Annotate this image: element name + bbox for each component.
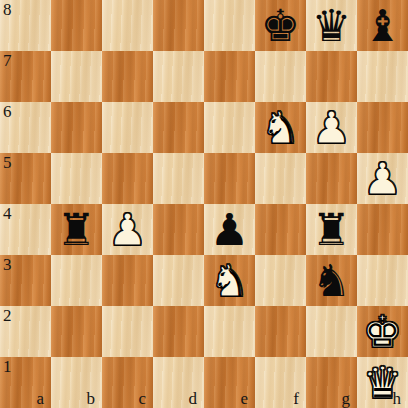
chess-board: 8♚♛♝76♞♟5♟4♜♟♟♜3♞♞2♚1abcdefgh♛ bbox=[0, 0, 408, 408]
square-g2[interactable] bbox=[306, 306, 357, 357]
square-g1[interactable]: g bbox=[306, 357, 357, 408]
square-b5[interactable] bbox=[51, 153, 102, 204]
square-d6[interactable] bbox=[153, 102, 204, 153]
square-e6[interactable] bbox=[204, 102, 255, 153]
black-knight-icon[interactable]: ♞ bbox=[312, 255, 351, 306]
square-c6[interactable] bbox=[102, 102, 153, 153]
square-a7[interactable]: 7 bbox=[0, 51, 51, 102]
square-c4[interactable]: ♟ bbox=[102, 204, 153, 255]
square-f5[interactable] bbox=[255, 153, 306, 204]
square-b4[interactable]: ♜ bbox=[51, 204, 102, 255]
square-d7[interactable] bbox=[153, 51, 204, 102]
square-d5[interactable] bbox=[153, 153, 204, 204]
square-b2[interactable] bbox=[51, 306, 102, 357]
black-rook-icon[interactable]: ♜ bbox=[312, 204, 351, 255]
square-e1[interactable]: e bbox=[204, 357, 255, 408]
square-d4[interactable] bbox=[153, 204, 204, 255]
square-h7[interactable] bbox=[357, 51, 408, 102]
square-d3[interactable] bbox=[153, 255, 204, 306]
square-b3[interactable] bbox=[51, 255, 102, 306]
square-g5[interactable] bbox=[306, 153, 357, 204]
white-pawn-icon[interactable]: ♟ bbox=[108, 204, 147, 255]
square-e8[interactable] bbox=[204, 0, 255, 51]
file-label-g: g bbox=[342, 389, 351, 408]
file-label-b: b bbox=[87, 389, 96, 408]
white-knight-icon[interactable]: ♞ bbox=[210, 255, 249, 306]
square-g3[interactable]: ♞ bbox=[306, 255, 357, 306]
white-knight-icon[interactable]: ♞ bbox=[261, 102, 300, 153]
square-g7[interactable] bbox=[306, 51, 357, 102]
square-f4[interactable] bbox=[255, 204, 306, 255]
square-h3[interactable] bbox=[357, 255, 408, 306]
square-a8[interactable]: 8 bbox=[0, 0, 51, 51]
square-e3[interactable]: ♞ bbox=[204, 255, 255, 306]
square-h8[interactable]: ♝ bbox=[357, 0, 408, 51]
square-b7[interactable] bbox=[51, 51, 102, 102]
square-h1[interactable]: h♛ bbox=[357, 357, 408, 408]
square-d8[interactable] bbox=[153, 0, 204, 51]
rank-label-2: 2 bbox=[3, 306, 12, 326]
square-c2[interactable] bbox=[102, 306, 153, 357]
rank-label-3: 3 bbox=[3, 255, 12, 275]
square-e5[interactable] bbox=[204, 153, 255, 204]
square-h6[interactable] bbox=[357, 102, 408, 153]
white-king-icon[interactable]: ♚ bbox=[363, 306, 402, 357]
rank-label-1: 1 bbox=[3, 357, 12, 377]
square-a4[interactable]: 4 bbox=[0, 204, 51, 255]
square-f7[interactable] bbox=[255, 51, 306, 102]
black-king-icon[interactable]: ♚ bbox=[261, 0, 300, 51]
square-d2[interactable] bbox=[153, 306, 204, 357]
white-queen-icon[interactable]: ♛ bbox=[363, 357, 402, 408]
square-h5[interactable]: ♟ bbox=[357, 153, 408, 204]
file-label-e: e bbox=[240, 389, 248, 408]
file-label-f: f bbox=[293, 389, 299, 408]
black-bishop-icon[interactable]: ♝ bbox=[363, 0, 402, 51]
file-label-c: c bbox=[138, 389, 146, 408]
black-queen-icon[interactable]: ♛ bbox=[312, 0, 351, 51]
square-e7[interactable] bbox=[204, 51, 255, 102]
square-b1[interactable]: b bbox=[51, 357, 102, 408]
square-a5[interactable]: 5 bbox=[0, 153, 51, 204]
rank-label-5: 5 bbox=[3, 153, 12, 173]
square-f2[interactable] bbox=[255, 306, 306, 357]
black-pawn-icon[interactable]: ♟ bbox=[210, 204, 249, 255]
square-a2[interactable]: 2 bbox=[0, 306, 51, 357]
square-a1[interactable]: 1a bbox=[0, 357, 51, 408]
square-g6[interactable]: ♟ bbox=[306, 102, 357, 153]
rank-label-6: 6 bbox=[3, 102, 12, 122]
file-label-a: a bbox=[36, 389, 44, 408]
square-f6[interactable]: ♞ bbox=[255, 102, 306, 153]
white-pawn-icon[interactable]: ♟ bbox=[363, 153, 402, 204]
white-pawn-icon[interactable]: ♟ bbox=[312, 102, 351, 153]
square-a6[interactable]: 6 bbox=[0, 102, 51, 153]
square-c5[interactable] bbox=[102, 153, 153, 204]
square-f8[interactable]: ♚ bbox=[255, 0, 306, 51]
square-c8[interactable] bbox=[102, 0, 153, 51]
square-h2[interactable]: ♚ bbox=[357, 306, 408, 357]
square-f1[interactable]: f bbox=[255, 357, 306, 408]
square-e2[interactable] bbox=[204, 306, 255, 357]
rank-label-4: 4 bbox=[3, 204, 12, 224]
square-a3[interactable]: 3 bbox=[0, 255, 51, 306]
rank-label-7: 7 bbox=[3, 51, 12, 71]
square-h4[interactable] bbox=[357, 204, 408, 255]
square-c1[interactable]: c bbox=[102, 357, 153, 408]
file-label-d: d bbox=[189, 389, 198, 408]
square-g8[interactable]: ♛ bbox=[306, 0, 357, 51]
square-f3[interactable] bbox=[255, 255, 306, 306]
square-b8[interactable] bbox=[51, 0, 102, 51]
rank-label-8: 8 bbox=[3, 0, 12, 20]
square-d1[interactable]: d bbox=[153, 357, 204, 408]
square-c3[interactable] bbox=[102, 255, 153, 306]
square-b6[interactable] bbox=[51, 102, 102, 153]
square-g4[interactable]: ♜ bbox=[306, 204, 357, 255]
square-c7[interactable] bbox=[102, 51, 153, 102]
black-rook-icon[interactable]: ♜ bbox=[57, 204, 96, 255]
square-e4[interactable]: ♟ bbox=[204, 204, 255, 255]
